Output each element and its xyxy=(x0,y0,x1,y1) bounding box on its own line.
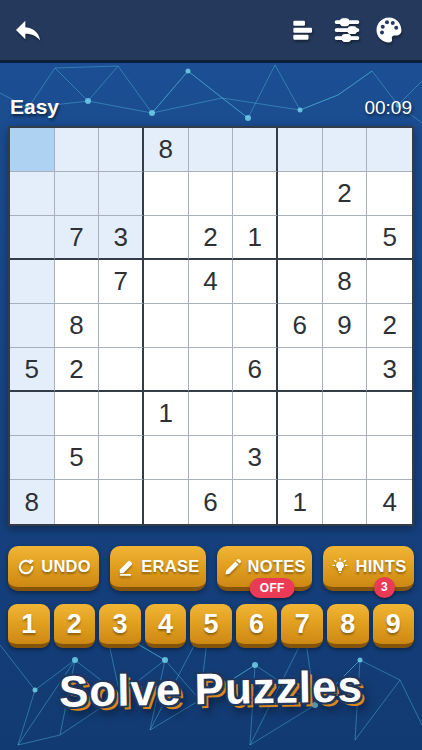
cell-r2c5[interactable] xyxy=(189,172,234,216)
cell-r6c2[interactable]: 2 xyxy=(55,348,100,392)
cell-r7c8[interactable] xyxy=(323,392,368,436)
cell-r6c6[interactable]: 6 xyxy=(233,348,278,392)
hints-count-badge: 3 xyxy=(374,577,395,598)
cell-r4c1[interactable] xyxy=(10,260,55,304)
undo-label: UNDO xyxy=(41,557,91,576)
cell-r5c8[interactable]: 9 xyxy=(323,304,368,348)
cell-r7c4[interactable]: 1 xyxy=(144,392,189,436)
theme-button[interactable] xyxy=(368,10,410,50)
numpad-6[interactable]: 6 xyxy=(236,604,278,648)
notes-label: NOTES xyxy=(248,557,306,576)
cell-r2c7[interactable] xyxy=(278,172,323,216)
cell-r3c9[interactable]: 5 xyxy=(367,216,412,260)
cell-r7c6[interactable] xyxy=(233,392,278,436)
cell-r2c8[interactable]: 2 xyxy=(323,172,368,216)
cell-r5c6[interactable] xyxy=(233,304,278,348)
difficulty-label: Easy xyxy=(10,95,59,119)
cell-r6c3[interactable] xyxy=(99,348,144,392)
cell-r9c2[interactable] xyxy=(55,480,100,524)
cell-r9c8[interactable] xyxy=(323,480,368,524)
cell-r8c6[interactable]: 3 xyxy=(233,436,278,480)
cell-r4c9[interactable] xyxy=(367,260,412,304)
cell-r2c9[interactable] xyxy=(367,172,412,216)
back-icon xyxy=(12,14,44,46)
notes-button[interactable]: NOTES OFF xyxy=(217,546,312,591)
cell-r6c8[interactable] xyxy=(323,348,368,392)
undo-icon xyxy=(16,557,36,577)
cell-r1c8[interactable] xyxy=(323,128,368,172)
cell-r9c5[interactable]: 6 xyxy=(189,480,234,524)
numpad-8[interactable]: 8 xyxy=(327,604,369,648)
cell-r1c9[interactable] xyxy=(367,128,412,172)
numpad-4[interactable]: 4 xyxy=(145,604,187,648)
cell-r9c7[interactable]: 1 xyxy=(278,480,323,524)
cell-r1c2[interactable] xyxy=(55,128,100,172)
leaderboard-button[interactable] xyxy=(284,10,326,50)
cell-r3c8[interactable] xyxy=(323,216,368,260)
numpad-1[interactable]: 1 xyxy=(8,604,50,648)
cell-r5c7[interactable]: 6 xyxy=(278,304,323,348)
cell-r3c1[interactable] xyxy=(10,216,55,260)
undo-button[interactable]: UNDO xyxy=(8,546,99,591)
hints-button[interactable]: HINTS 3 xyxy=(323,546,414,591)
cell-r4c2[interactable] xyxy=(55,260,100,304)
cell-r4c3[interactable]: 7 xyxy=(99,260,144,304)
numpad-7[interactable]: 7 xyxy=(281,604,323,648)
erase-button[interactable]: ERASE xyxy=(110,546,205,591)
cell-r9c3[interactable] xyxy=(99,480,144,524)
cell-r9c1[interactable]: 8 xyxy=(10,480,55,524)
back-button[interactable] xyxy=(12,10,52,50)
cell-r6c9[interactable]: 3 xyxy=(367,348,412,392)
cell-r5c1[interactable] xyxy=(10,304,55,348)
app-bar xyxy=(0,0,422,63)
cell-r4c6[interactable] xyxy=(233,260,278,304)
leaderboard-icon xyxy=(291,16,319,44)
theme-palette-icon xyxy=(374,15,404,45)
cell-r8c8[interactable] xyxy=(323,436,368,480)
cell-r8c1[interactable] xyxy=(10,436,55,480)
cell-r6c7[interactable] xyxy=(278,348,323,392)
numpad-3[interactable]: 3 xyxy=(99,604,141,648)
numpad-9[interactable]: 9 xyxy=(373,604,415,648)
cell-r8c4[interactable] xyxy=(144,436,189,480)
cell-r8c5[interactable] xyxy=(189,436,234,480)
numpad-2[interactable]: 2 xyxy=(54,604,96,648)
settings-sliders-icon xyxy=(333,16,361,44)
cell-r9c6[interactable] xyxy=(233,480,278,524)
cell-r1c5[interactable] xyxy=(189,128,234,172)
settings-button[interactable] xyxy=(326,10,368,50)
toolbar: UNDO ERASE NOTES OFF HINTS 3 xyxy=(8,546,414,591)
cell-r2c4[interactable] xyxy=(144,172,189,216)
cell-r7c7[interactable] xyxy=(278,392,323,436)
status-row: Easy 00:09 xyxy=(0,63,422,126)
cell-r4c5[interactable]: 4 xyxy=(189,260,234,304)
cell-r3c7[interactable] xyxy=(278,216,323,260)
cell-r7c5[interactable] xyxy=(189,392,234,436)
cell-r7c3[interactable] xyxy=(99,392,144,436)
cell-r5c3[interactable] xyxy=(99,304,144,348)
cell-r9c9[interactable]: 4 xyxy=(367,480,412,524)
cell-r1c6[interactable] xyxy=(233,128,278,172)
cell-r3c5[interactable]: 2 xyxy=(189,216,234,260)
cell-r2c3[interactable] xyxy=(99,172,144,216)
cell-r1c3[interactable] xyxy=(99,128,144,172)
cell-r3c3[interactable]: 3 xyxy=(99,216,144,260)
cell-r8c7[interactable] xyxy=(278,436,323,480)
cell-r6c4[interactable] xyxy=(144,348,189,392)
numpad-5[interactable]: 5 xyxy=(190,604,232,648)
cell-r7c9[interactable] xyxy=(367,392,412,436)
cell-r5c4[interactable] xyxy=(144,304,189,348)
cell-r7c2[interactable] xyxy=(55,392,100,436)
cell-r1c4[interactable]: 8 xyxy=(144,128,189,172)
cell-r1c7[interactable] xyxy=(278,128,323,172)
timer: 00:09 xyxy=(364,97,412,119)
pencil-icon xyxy=(223,557,243,577)
cell-r6c5[interactable] xyxy=(189,348,234,392)
cell-r9c4[interactable] xyxy=(144,480,189,524)
cell-r3c2[interactable]: 7 xyxy=(55,216,100,260)
cell-r8c2[interactable]: 5 xyxy=(55,436,100,480)
number-pad: 123456789 xyxy=(8,604,414,648)
cell-r2c6[interactable] xyxy=(233,172,278,216)
cell-r2c1[interactable] xyxy=(10,172,55,216)
cell-r8c3[interactable] xyxy=(99,436,144,480)
cell-r5c9[interactable]: 2 xyxy=(367,304,412,348)
cell-r5c5[interactable] xyxy=(189,304,234,348)
notes-off-badge: OFF xyxy=(250,578,295,598)
erase-label: ERASE xyxy=(141,557,199,576)
erase-icon xyxy=(116,557,136,577)
cell-r2c2[interactable] xyxy=(55,172,100,216)
cell-r4c8[interactable]: 8 xyxy=(323,260,368,304)
cell-r4c7[interactable] xyxy=(278,260,323,304)
tagline: Solve Puzzles xyxy=(0,660,422,717)
hints-label: HINTS xyxy=(355,557,406,576)
cell-r6c1[interactable]: 5 xyxy=(10,348,55,392)
cell-r1c1[interactable] xyxy=(10,128,55,172)
cell-r4c4[interactable] xyxy=(144,260,189,304)
cell-r3c6[interactable]: 1 xyxy=(233,216,278,260)
sudoku-board: 8273215748869252631538614 xyxy=(8,126,414,526)
cell-r8c9[interactable] xyxy=(367,436,412,480)
cell-r7c1[interactable] xyxy=(10,392,55,436)
cell-r3c4[interactable] xyxy=(144,216,189,260)
cell-r5c2[interactable]: 8 xyxy=(55,304,100,348)
lightbulb-icon xyxy=(330,557,350,577)
